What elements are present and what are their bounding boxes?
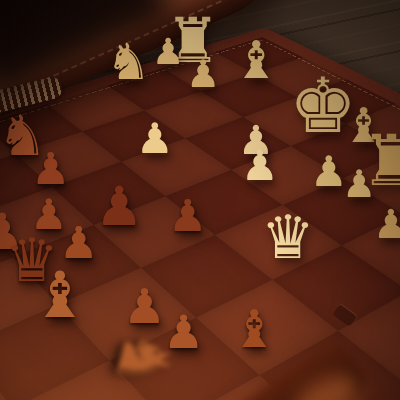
piece-light-pawn-h3[interactable]: ♟ <box>373 204 400 244</box>
piece-light-pawn-b4[interactable]: ♟ <box>136 118 174 160</box>
piece-dark-pawn-d5[interactable]: ♟ <box>168 194 207 238</box>
piece-light-knight-b3[interactable]: ♞ <box>106 37 151 87</box>
piece-light-pawn-g3[interactable]: ♟ <box>342 165 376 203</box>
piece-light-bishop-e2[interactable]: ♝ <box>233 34 280 86</box>
piece-light-pawn-d4[interactable]: ♟ <box>241 145 279 187</box>
piece-dark-bishop-f6[interactable]: ♝ <box>231 303 278 355</box>
piece-dark-pawn-c5[interactable]: ♟ <box>95 180 143 234</box>
piece-dark-bishop-c7[interactable]: ♝ <box>31 263 88 327</box>
piece-light-pawn-c2[interactable]: ♟ <box>152 34 184 70</box>
piece-light-queen-e5[interactable]: ♛ <box>261 207 315 267</box>
pieces-layer: ♞♟♜♟♝♟♟♚♝♜♟♟♟♟♛♞♟♟♟♟♟♟♛♝♟♟♝♞ <box>0 0 400 400</box>
piece-dark-pawn-b5[interactable]: ♟ <box>31 147 70 191</box>
piece-light-pawn-c3[interactable]: ♟ <box>186 55 220 93</box>
piece-dark-pawn-d6[interactable]: ♟ <box>123 282 166 330</box>
chessboard-photo-scene: ♞♟♜♟♝♟♟♚♝♜♟♟♟♟♛♞♟♟♟♟♟♟♛♝♟♟♝♞ <box>0 0 400 400</box>
